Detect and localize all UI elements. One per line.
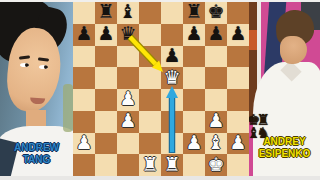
square-f1[interactable]: [183, 154, 205, 176]
square-b2[interactable]: [95, 133, 117, 155]
square-c1[interactable]: [117, 154, 139, 176]
black-pawn: ♟: [229, 24, 246, 43]
square-e2[interactable]: [161, 133, 183, 155]
square-e6[interactable]: ♟: [161, 46, 183, 68]
square-f4[interactable]: [183, 89, 205, 111]
square-e7[interactable]: [161, 24, 183, 46]
black-rook: ♜: [97, 2, 114, 21]
white-rook: ♜: [141, 155, 158, 174]
video-thumbnail: ANDREW TANG ♜♝♜♚♟♟♛♟♟♟♟♛♟♟♟♟♟♝♟♜♜♚ ♚♜ ♝♞…: [0, 0, 320, 180]
square-g1[interactable]: ♚: [205, 154, 227, 176]
right-player-face: [280, 36, 307, 64]
left-player-photo: ANDREW TANG: [0, 2, 73, 176]
square-g8[interactable]: ♚: [205, 2, 227, 24]
square-h3[interactable]: [227, 111, 249, 133]
white-rook: ♜: [163, 155, 180, 174]
square-d2[interactable]: [139, 133, 161, 155]
black-queen: ♛: [119, 24, 136, 43]
white-pawn: ♟: [119, 89, 136, 108]
square-g6[interactable]: [205, 46, 227, 68]
left-player-name: ANDREW TANG: [0, 142, 73, 166]
black-pawn: ♟: [75, 24, 92, 43]
square-h2[interactable]: ♟: [227, 133, 249, 155]
square-e3[interactable]: [161, 111, 183, 133]
square-a4[interactable]: [73, 89, 95, 111]
wood-wall-patch: [249, 30, 257, 50]
square-a7[interactable]: ♟: [73, 24, 95, 46]
square-d6[interactable]: [139, 46, 161, 68]
square-g3[interactable]: ♟: [205, 111, 227, 133]
square-g4[interactable]: [205, 89, 227, 111]
square-h7[interactable]: ♟: [227, 24, 249, 46]
square-e5[interactable]: ♛: [161, 67, 183, 89]
square-h5[interactable]: [227, 67, 249, 89]
white-pawn: ♟: [119, 111, 136, 130]
square-d3[interactable]: [139, 111, 161, 133]
black-king: ♚: [207, 2, 224, 21]
square-d8[interactable]: [139, 2, 161, 24]
square-a5[interactable]: [73, 67, 95, 89]
chess-board[interactable]: ♜♝♜♚♟♟♛♟♟♟♟♛♟♟♟♟♟♝♟♜♜♚: [73, 2, 249, 176]
square-c5[interactable]: [117, 67, 139, 89]
white-bishop: ♝: [207, 133, 224, 152]
square-d4[interactable]: [139, 89, 161, 111]
square-b8[interactable]: ♜: [95, 2, 117, 24]
square-c6[interactable]: [117, 46, 139, 68]
square-b6[interactable]: [95, 46, 117, 68]
left-player-eye: [39, 65, 48, 69]
right-player-photo: ♚♜ ♝♞ ANDREY ESIPENKO: [249, 2, 320, 176]
square-a2[interactable]: ♟: [73, 133, 95, 155]
square-f6[interactable]: [183, 46, 205, 68]
white-king: ♚: [207, 155, 224, 174]
square-g2[interactable]: ♝: [205, 133, 227, 155]
left-player-name-line1: ANDREW: [14, 142, 59, 153]
square-c2[interactable]: [117, 133, 139, 155]
black-pawn: ♟: [185, 24, 202, 43]
right-player-name: ANDREY ESIPENKO: [249, 136, 320, 160]
square-c7[interactable]: ♛: [117, 24, 139, 46]
square-c4[interactable]: ♟: [117, 89, 139, 111]
square-e4[interactable]: [161, 89, 183, 111]
left-player-name-line2: TANG: [23, 154, 51, 165]
square-f8[interactable]: ♜: [183, 2, 205, 24]
square-f7[interactable]: ♟: [183, 24, 205, 46]
black-bishop: ♝: [119, 2, 136, 21]
square-b4[interactable]: [95, 89, 117, 111]
bottom-white-strip: [0, 176, 320, 180]
square-d7[interactable]: [139, 24, 161, 46]
white-pawn: ♟: [75, 133, 92, 152]
square-b1[interactable]: [95, 154, 117, 176]
square-f5[interactable]: [183, 67, 205, 89]
right-player-name-line2: ESIPENKO: [259, 148, 311, 159]
white-pawn: ♟: [207, 111, 224, 130]
square-e1[interactable]: ♜: [161, 154, 183, 176]
square-g5[interactable]: [205, 67, 227, 89]
square-a8[interactable]: [73, 2, 95, 24]
square-h6[interactable]: [227, 46, 249, 68]
white-pawn: ♟: [229, 133, 246, 152]
square-c8[interactable]: ♝: [117, 2, 139, 24]
square-b3[interactable]: [95, 111, 117, 133]
black-pawn: ♟: [207, 24, 224, 43]
black-rook: ♜: [185, 2, 202, 21]
square-c3[interactable]: ♟: [117, 111, 139, 133]
square-a6[interactable]: [73, 46, 95, 68]
background-plant-blur: [63, 84, 73, 132]
square-g7[interactable]: ♟: [205, 24, 227, 46]
square-f3[interactable]: [183, 111, 205, 133]
white-queen: ♛: [163, 68, 180, 87]
black-pawn: ♟: [97, 24, 114, 43]
square-a3[interactable]: [73, 111, 95, 133]
white-pawn: ♟: [185, 133, 202, 152]
square-b7[interactable]: ♟: [95, 24, 117, 46]
black-pawn: ♟: [163, 46, 180, 65]
square-f2[interactable]: ♟: [183, 133, 205, 155]
square-e8[interactable]: [161, 2, 183, 24]
square-d5[interactable]: [139, 67, 161, 89]
square-d1[interactable]: ♜: [139, 154, 161, 176]
square-h1[interactable]: [227, 154, 249, 176]
square-b5[interactable]: [95, 67, 117, 89]
square-h8[interactable]: [227, 2, 249, 24]
square-h4[interactable]: [227, 89, 249, 111]
square-a1[interactable]: [73, 154, 95, 176]
right-player-name-line1: ANDREY: [263, 136, 305, 147]
left-player-eye: [20, 63, 29, 67]
